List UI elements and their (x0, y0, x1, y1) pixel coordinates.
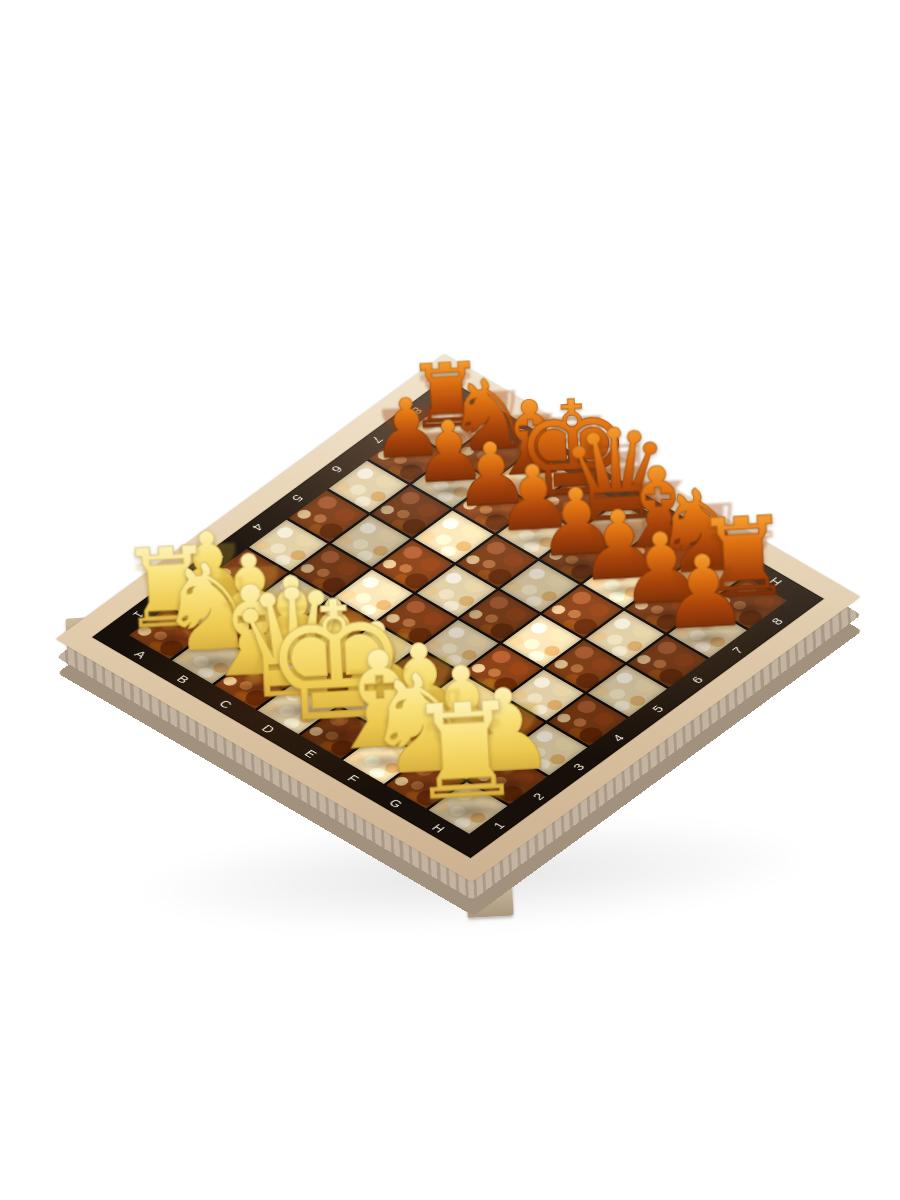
board-scene: ABCDEFGH ABCDEFGH 87654321 87654321 ♜♜♞♞… (0, 0, 900, 1200)
rank-label-1: 1 (469, 806, 529, 844)
board-top-face: ABCDEFGH ABCDEFGH 87654321 87654321 (56, 354, 861, 882)
rank-label-5: 5 (627, 689, 687, 727)
board-border-band: ABCDEFGH ABCDEFGH 87654321 87654321 (92, 378, 824, 858)
product-photo: ABCDEFGH ABCDEFGH 87654321 87654321 ♜♜♞♞… (0, 0, 900, 1200)
rank-label-2: 2 (508, 777, 568, 815)
rank-label-6: 6 (667, 660, 727, 698)
